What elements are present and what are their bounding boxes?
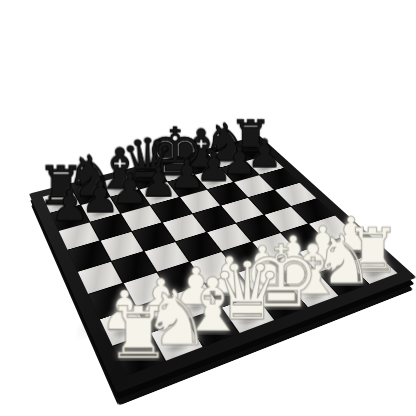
chess-set-photo: ♜♞♝♛♚♝♞♜♟♟♟♟♟♟♟♟♟♟♟♟♟♟♟♟♜♞♝♛♚♝♞♜ bbox=[0, 0, 416, 416]
scene: ♜♞♝♛♚♝♞♜♟♟♟♟♟♟♟♟♟♟♟♟♟♟♟♟♜♞♝♛♚♝♞♜ bbox=[0, 0, 416, 416]
chess-board: ♜♞♝♛♚♝♞♜♟♟♟♟♟♟♟♟♟♟♟♟♟♟♟♟♜♞♝♛♚♝♞♜ bbox=[29, 136, 416, 393]
square-a1[interactable]: ♜ bbox=[113, 333, 165, 375]
square-a7[interactable]: ♟ bbox=[50, 205, 89, 230]
board-grid: ♜♞♝♛♚♝♞♜♟♟♟♟♟♟♟♟♟♟♟♟♟♟♟♟♜♞♝♛♚♝♞♜ bbox=[43, 142, 398, 375]
